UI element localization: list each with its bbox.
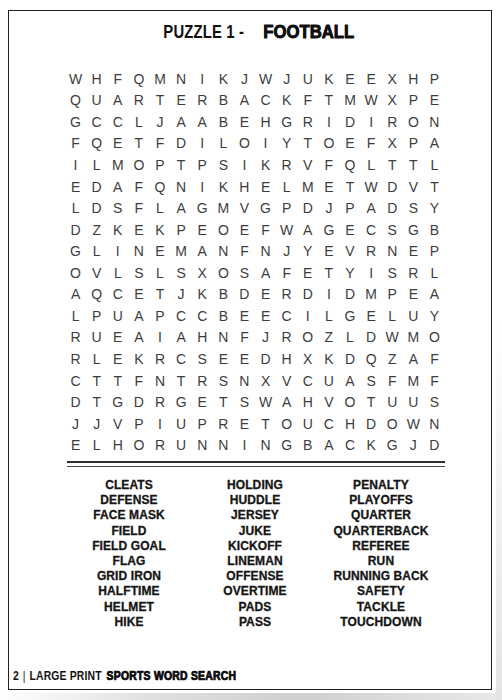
grid-cell: P	[403, 133, 424, 155]
grid-cell: L	[128, 111, 149, 133]
grid-cell: P	[424, 240, 445, 262]
grid-cell: A	[128, 327, 149, 349]
grid-cell: E	[318, 240, 339, 262]
grid-cell: J	[234, 68, 255, 90]
grid-cell: A	[403, 348, 424, 370]
grid-cell: L	[361, 154, 382, 176]
grid-cell: E	[65, 176, 86, 198]
grid-cell: C	[65, 370, 86, 392]
book-title: SPORTS WORD SEARCH	[107, 668, 237, 683]
grid-cell: K	[318, 348, 339, 370]
grid-cell: Y	[339, 262, 360, 284]
grid-cell: Q	[149, 176, 170, 198]
grid-cell: C	[107, 284, 128, 306]
grid-cell: H	[234, 176, 255, 198]
grid-cell: I	[255, 133, 276, 155]
grid-cell: N	[171, 176, 192, 198]
grid-cell: H	[403, 68, 424, 90]
grid-cell: D	[86, 197, 107, 219]
grid-cell: K	[192, 284, 213, 306]
grid-cell: I	[192, 176, 213, 198]
grid-cell: G	[65, 240, 86, 262]
grid-cell: F	[149, 133, 170, 155]
grid-cell: D	[86, 176, 107, 198]
grid-cell: I	[149, 327, 170, 349]
grid-cell: C	[276, 305, 297, 327]
grid-cell: Y	[297, 240, 318, 262]
grid-cell: U	[86, 90, 107, 112]
grid-cell: P	[171, 219, 192, 241]
grid-cell: E	[234, 413, 255, 435]
grid-cell: S	[382, 219, 403, 241]
grid-cell: Y	[424, 305, 445, 327]
grid-cell: E	[403, 284, 424, 306]
grid-cell: L	[65, 305, 86, 327]
grid-cell: W	[65, 68, 86, 90]
grid-cell: C	[339, 434, 360, 456]
puzzle-topic-label: FOOTBALL	[263, 21, 354, 43]
grid-cell: D	[171, 133, 192, 155]
grid-cell: X	[297, 348, 318, 370]
word-item: RUNNING BACK	[333, 569, 428, 584]
grid-cell: L	[149, 262, 170, 284]
grid-cell: M	[171, 240, 192, 262]
grid-cell: F	[234, 240, 255, 262]
grid-cell: L	[86, 434, 107, 456]
grid-cell: T	[339, 176, 360, 198]
grid-cell: P	[86, 305, 107, 327]
word-item: LINEMAN	[227, 554, 282, 569]
word-column-3: PENALTYPLAYOFFSQUARTERQUARTERBACKREFEREE…	[318, 478, 444, 630]
grid-cell: C	[171, 305, 192, 327]
grid-cell: E	[234, 111, 255, 133]
word-item: KICKOFF	[228, 539, 282, 554]
grid-cell: P	[276, 197, 297, 219]
grid-cell: C	[171, 348, 192, 370]
grid-cell: H	[297, 391, 318, 413]
grid-cell: R	[276, 154, 297, 176]
grid-cell: F	[65, 133, 86, 155]
word-item: FACE MASK	[93, 508, 165, 523]
grid-cell: T	[255, 413, 276, 435]
grid-cell: B	[213, 305, 234, 327]
grid-cell: R	[403, 262, 424, 284]
grid-cell: O	[382, 413, 403, 435]
word-item: HALFTIME	[98, 584, 159, 599]
grid-cell: C	[318, 413, 339, 435]
grid-cell: U	[382, 391, 403, 413]
grid-cell: D	[234, 284, 255, 306]
grid-cell: R	[128, 90, 149, 112]
grid-cell: I	[149, 413, 170, 435]
grid-cell: W	[403, 413, 424, 435]
grid-cell: Y	[424, 197, 445, 219]
word-item: JUKE	[239, 524, 271, 539]
grid-cell: E	[107, 348, 128, 370]
word-item: HELMET	[104, 600, 154, 615]
grid-cell: R	[149, 391, 170, 413]
grid-cell: G	[171, 391, 192, 413]
grid-cell: F	[424, 370, 445, 392]
grid-cell: T	[213, 391, 234, 413]
grid-cell: T	[424, 176, 445, 198]
grid-cell: R	[276, 284, 297, 306]
page-footer: 2|LARGE PRINTSPORTS WORD SEARCH	[13, 669, 292, 683]
grid-cell: E	[424, 90, 445, 112]
grid-cell: C	[297, 370, 318, 392]
grid-cell: X	[382, 133, 403, 155]
grid-cell: J	[171, 284, 192, 306]
grid-cell: O	[65, 262, 86, 284]
grid-cell: S	[403, 197, 424, 219]
grid-cell: T	[297, 133, 318, 155]
grid-cell: U	[86, 327, 107, 349]
grid-cell: B	[424, 219, 445, 241]
page-title-text: PUZZLE 1 -FOOTBALL	[152, 21, 361, 43]
grid-cell: Q	[361, 348, 382, 370]
grid-cell: E	[297, 262, 318, 284]
grid-cell: C	[255, 90, 276, 112]
grid-cell: L	[86, 348, 107, 370]
grid-cell: S	[424, 391, 445, 413]
grid-cell: P	[424, 68, 445, 90]
grid-cell: N	[213, 327, 234, 349]
grid-cell: A	[424, 284, 445, 306]
grid-cell: A	[361, 197, 382, 219]
grid-cell: I	[192, 133, 213, 155]
grid-cell: M	[107, 154, 128, 176]
word-item: PLAYOFFS	[349, 493, 413, 508]
grid-cell: D	[424, 434, 445, 456]
grid-cell: L	[107, 262, 128, 284]
grid-cell: H	[255, 111, 276, 133]
grid-cell: H	[107, 434, 128, 456]
grid-cell: T	[382, 154, 403, 176]
word-item: FLAG	[112, 554, 145, 569]
grid-cell: N	[255, 240, 276, 262]
word-item: OFFENSE	[226, 569, 283, 584]
grid-cell: R	[297, 111, 318, 133]
grid-cell: W	[361, 176, 382, 198]
grid-cell: V	[86, 262, 107, 284]
grid-cell: J	[276, 68, 297, 90]
grid-cell: E	[192, 391, 213, 413]
grid-cell: N	[213, 434, 234, 456]
grid-cell: F	[128, 176, 149, 198]
word-item: REFEREE	[352, 539, 409, 554]
grid-cell: O	[339, 391, 360, 413]
grid-cell: U	[107, 305, 128, 327]
grid-cell: J	[65, 413, 86, 435]
grid-cell: Q	[65, 90, 86, 112]
grid-cell: B	[213, 284, 234, 306]
grid-cell: H	[86, 68, 107, 90]
word-item: TOUCHDOWN	[340, 615, 421, 630]
grid-cell: Z	[86, 219, 107, 241]
grid-cell: B	[297, 434, 318, 456]
grid-cell: P	[192, 154, 213, 176]
grid-cell: V	[339, 240, 360, 262]
word-item: OVERTIME	[223, 584, 286, 599]
grid-cell: L	[424, 154, 445, 176]
grid-cell: X	[382, 68, 403, 90]
grid-cell: W	[255, 391, 276, 413]
grid-cell: D	[361, 413, 382, 435]
grid-cell: E	[65, 434, 86, 456]
word-item: PENALTY	[353, 478, 409, 493]
grid-cell: G	[192, 197, 213, 219]
grid-cell: E	[339, 133, 360, 155]
grid-cell: X	[192, 262, 213, 284]
word-item: HOLDING	[227, 478, 283, 493]
grid-cell: G	[318, 219, 339, 241]
grid-cell: R	[192, 370, 213, 392]
grid-cell: W	[276, 219, 297, 241]
grid-cell: K	[107, 219, 128, 241]
grid-cell: L	[339, 327, 360, 349]
grid-cell: W	[255, 68, 276, 90]
grid-cell: D	[297, 197, 318, 219]
grid-cell: N	[128, 240, 149, 262]
word-item: DEFENSE	[100, 493, 157, 508]
grid-cell: P	[339, 197, 360, 219]
grid-cell: N	[424, 413, 445, 435]
grid-cell: A	[339, 370, 360, 392]
grid-cell: G	[255, 197, 276, 219]
grid-cell: F	[128, 370, 149, 392]
grid-cell: E	[361, 68, 382, 90]
grid-cell: A	[171, 111, 192, 133]
grid-cell: A	[255, 262, 276, 284]
grid-cell: R	[213, 413, 234, 435]
word-column-1: CLEATSDEFENSEFACE MASKFIELDFIELD GOALFLA…	[66, 478, 192, 630]
word-item: TACKLE	[357, 600, 405, 615]
grid-cell: A	[128, 305, 149, 327]
grid-cell: C	[361, 219, 382, 241]
grid-cell: E	[255, 284, 276, 306]
grid-cell: M	[213, 197, 234, 219]
grid-cell: E	[171, 90, 192, 112]
grid-cell: D	[382, 197, 403, 219]
word-item: GRID IRON	[97, 569, 161, 584]
grid-cell: F	[318, 154, 339, 176]
grid-cell: F	[276, 262, 297, 284]
grid-cell: I	[107, 240, 128, 262]
grid-cell: S	[234, 391, 255, 413]
grid-cell: M	[339, 90, 360, 112]
grid-cell: T	[361, 391, 382, 413]
grid-cell: F	[382, 370, 403, 392]
grid-cell: D	[339, 348, 360, 370]
grid-wordlist-divider	[67, 461, 445, 467]
grid-cell: G	[403, 219, 424, 241]
grid-cell: P	[128, 413, 149, 435]
grid-cell: Z	[382, 348, 403, 370]
grid-cell: L	[318, 305, 339, 327]
grid-cell: L	[213, 133, 234, 155]
grid-cell: A	[107, 90, 128, 112]
grid-cell: L	[86, 240, 107, 262]
grid-cell: T	[86, 370, 107, 392]
grid-cell: W	[361, 90, 382, 112]
grid-cell: M	[149, 68, 170, 90]
grid-cell: L	[424, 262, 445, 284]
grid-cell: U	[403, 391, 424, 413]
grid-cell: E	[361, 305, 382, 327]
word-item: HUDDLE	[230, 493, 281, 508]
grid-cell: P	[149, 305, 170, 327]
grid-cell: E	[234, 348, 255, 370]
grid-cell: O	[234, 133, 255, 155]
grid-cell: J	[86, 413, 107, 435]
grid-cell: F	[128, 197, 149, 219]
grid-cell: K	[128, 348, 149, 370]
grid-cell: E	[149, 240, 170, 262]
word-item: PASS	[239, 615, 271, 630]
grid-cell: G	[65, 111, 86, 133]
grid-cell: E	[128, 219, 149, 241]
word-item: PADS	[239, 600, 272, 615]
word-item: CLEATS	[105, 478, 153, 493]
grid-cell: I	[192, 68, 213, 90]
grid-cell: K	[213, 176, 234, 198]
grid-cell: F	[234, 327, 255, 349]
grid-cell: D	[65, 219, 86, 241]
grid-cell: F	[424, 348, 445, 370]
grid-cell: Q	[86, 133, 107, 155]
grid-cell: U	[171, 434, 192, 456]
grid-cell: R	[382, 111, 403, 133]
grid-cell: E	[192, 219, 213, 241]
grid-cell: M	[361, 284, 382, 306]
grid-cell: A	[107, 176, 128, 198]
word-item: QUARTERBACK	[333, 524, 428, 539]
grid-cell: J	[276, 240, 297, 262]
grid-cell: N	[213, 240, 234, 262]
grid-cell: C	[107, 111, 128, 133]
scan-edge-shadow-bottom	[0, 693, 502, 700]
grid-cell: P	[149, 154, 170, 176]
grid-cell: I	[361, 262, 382, 284]
grid-cell: N	[382, 240, 403, 262]
grid-cell: K	[318, 68, 339, 90]
grid-cell: S	[192, 348, 213, 370]
grid-cell: N	[424, 111, 445, 133]
grid-cell: T	[149, 90, 170, 112]
grid-cell: D	[128, 391, 149, 413]
grid-cell: K	[276, 90, 297, 112]
grid-cell: U	[318, 370, 339, 392]
grid-cell: K	[149, 219, 170, 241]
grid-cell: F	[297, 90, 318, 112]
grid-cell: E	[339, 68, 360, 90]
grid-cell: A	[234, 90, 255, 112]
grid-cell: A	[318, 434, 339, 456]
grid-cell: B	[213, 111, 234, 133]
page-title: PUZZLE 1 -FOOTBALL	[0, 21, 502, 43]
grid-cell: Z	[318, 327, 339, 349]
grid-cell: V	[297, 154, 318, 176]
grid-cell: E	[234, 305, 255, 327]
grid-cell: T	[318, 262, 339, 284]
grid-cell: G	[107, 391, 128, 413]
grid-cell: D	[255, 348, 276, 370]
grid-cell: N	[171, 68, 192, 90]
grid-cell: H	[276, 348, 297, 370]
word-item: JERSEY	[231, 508, 279, 523]
grid-cell: D	[382, 176, 403, 198]
grid-cell: G	[276, 434, 297, 456]
grid-cell: E	[234, 219, 255, 241]
grid-cell: R	[149, 348, 170, 370]
word-item: HIKE	[114, 615, 143, 630]
grid-cell: P	[382, 284, 403, 306]
grid-cell: S	[107, 197, 128, 219]
grid-cell: H	[339, 413, 360, 435]
grid-cell: J	[255, 327, 276, 349]
grid-cell: A	[171, 197, 192, 219]
letter-grid: WHFQMNIKJWJUKEEXHPQUARTERBACKFTMWXPEGCCL…	[65, 68, 445, 456]
grid-cell: J	[403, 434, 424, 456]
grid-cell: G	[339, 305, 360, 327]
grid-cell: U	[297, 413, 318, 435]
grid-cell: B	[213, 90, 234, 112]
grid-cell: V	[234, 197, 255, 219]
grid-cell: O	[424, 327, 445, 349]
grid-cell: S	[382, 262, 403, 284]
word-item: RUN	[368, 554, 394, 569]
grid-cell: I	[234, 154, 255, 176]
grid-cell: E	[339, 219, 360, 241]
scan-edge-shadow-right	[496, 320, 502, 700]
puzzle-number-label: PUZZLE 1 -	[163, 21, 244, 43]
grid-cell: F	[361, 133, 382, 155]
grid-cell: A	[192, 111, 213, 133]
grid-cell: A	[192, 240, 213, 262]
grid-cell: R	[65, 348, 86, 370]
grid-cell: I	[318, 284, 339, 306]
grid-cell: K	[213, 68, 234, 90]
grid-cell: W	[382, 327, 403, 349]
grid-cell: J	[318, 197, 339, 219]
word-item: FIELD GOAL	[92, 539, 166, 554]
grid-cell: A	[276, 391, 297, 413]
grid-cell: T	[171, 370, 192, 392]
grid-cell: S	[361, 370, 382, 392]
grid-cell: O	[318, 133, 339, 155]
grid-cell: Y	[276, 133, 297, 155]
grid-cell: E	[255, 305, 276, 327]
grid-cell: E	[128, 284, 149, 306]
grid-cell: U	[403, 305, 424, 327]
grid-cell: N	[149, 370, 170, 392]
grid-cell: S	[234, 262, 255, 284]
grid-cell: I	[234, 434, 255, 456]
grid-cell: T	[149, 284, 170, 306]
grid-cell: R	[192, 90, 213, 112]
grid-cell: L	[149, 197, 170, 219]
grid-cell: P	[192, 413, 213, 435]
grid-cell: E	[255, 176, 276, 198]
grid-cell: O	[297, 327, 318, 349]
grid-cell: U	[297, 68, 318, 90]
grid-cell: F	[107, 68, 128, 90]
grid-cell: L	[382, 305, 403, 327]
grid-cell: A	[297, 219, 318, 241]
grid-cell: S	[128, 262, 149, 284]
grid-cell: S	[213, 154, 234, 176]
grid-cell: E	[107, 133, 128, 155]
